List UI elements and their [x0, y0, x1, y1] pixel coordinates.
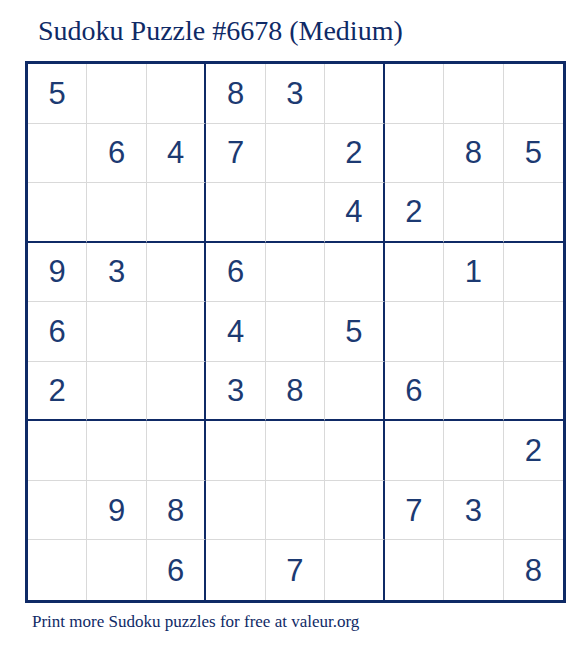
cell-r7c4 — [206, 421, 265, 481]
cell-r9c3: 6 — [147, 540, 206, 600]
cell-r7c7 — [385, 421, 444, 481]
cell-r4c9 — [504, 243, 563, 303]
cell-r4c6 — [325, 243, 384, 303]
cell-r4c8: 1 — [444, 243, 503, 303]
cell-r9c6 — [325, 540, 384, 600]
cell-r6c4: 3 — [206, 362, 265, 422]
cell-r7c8 — [444, 421, 503, 481]
page-title: Sudoku Puzzle #6678 (Medium) — [38, 15, 403, 47]
cell-r3c9 — [504, 183, 563, 243]
cell-r5c5 — [266, 302, 325, 362]
cell-r7c1 — [28, 421, 87, 481]
cell-r9c1 — [28, 540, 87, 600]
cell-r3c6: 4 — [325, 183, 384, 243]
cell-r1c1: 5 — [28, 64, 87, 124]
cell-r1c3 — [147, 64, 206, 124]
cell-r6c6 — [325, 362, 384, 422]
cell-r8c9 — [504, 481, 563, 541]
cell-r6c2 — [87, 362, 146, 422]
cell-r9c8 — [444, 540, 503, 600]
cell-r4c2: 3 — [87, 243, 146, 303]
cell-r2c1 — [28, 124, 87, 184]
cell-r8c4 — [206, 481, 265, 541]
cell-r9c7 — [385, 540, 444, 600]
cell-r5c3 — [147, 302, 206, 362]
sudoku-page: Sudoku Puzzle #6678 (Medium) 58364728542… — [0, 0, 574, 651]
cell-r5c9 — [504, 302, 563, 362]
cell-r4c3 — [147, 243, 206, 303]
cell-r7c9: 2 — [504, 421, 563, 481]
cell-r2c5 — [266, 124, 325, 184]
cell-r3c2 — [87, 183, 146, 243]
cell-r9c5: 7 — [266, 540, 325, 600]
cell-r7c6 — [325, 421, 384, 481]
cell-r9c2 — [87, 540, 146, 600]
cell-r7c5 — [266, 421, 325, 481]
cell-r8c2: 9 — [87, 481, 146, 541]
cell-r5c4: 4 — [206, 302, 265, 362]
cell-r3c5 — [266, 183, 325, 243]
cell-r2c9: 5 — [504, 124, 563, 184]
cell-r3c3 — [147, 183, 206, 243]
cell-r6c1: 2 — [28, 362, 87, 422]
cell-r2c8: 8 — [444, 124, 503, 184]
cell-r7c2 — [87, 421, 146, 481]
cell-r5c7 — [385, 302, 444, 362]
cell-r2c6: 2 — [325, 124, 384, 184]
cell-r3c4 — [206, 183, 265, 243]
cell-r2c7 — [385, 124, 444, 184]
cell-r9c4 — [206, 540, 265, 600]
cell-r1c6 — [325, 64, 384, 124]
cell-r4c7 — [385, 243, 444, 303]
cell-r4c5 — [266, 243, 325, 303]
cell-r5c2 — [87, 302, 146, 362]
cell-r6c9 — [504, 362, 563, 422]
cell-r1c9 — [504, 64, 563, 124]
cell-r4c1: 9 — [28, 243, 87, 303]
cell-r3c1 — [28, 183, 87, 243]
cell-r8c5 — [266, 481, 325, 541]
cell-r1c2 — [87, 64, 146, 124]
cell-r3c7: 2 — [385, 183, 444, 243]
cell-r8c8: 3 — [444, 481, 503, 541]
cell-r2c2: 6 — [87, 124, 146, 184]
cell-r6c3 — [147, 362, 206, 422]
cell-r1c7 — [385, 64, 444, 124]
cell-r8c3: 8 — [147, 481, 206, 541]
cell-r8c1 — [28, 481, 87, 541]
cell-r2c3: 4 — [147, 124, 206, 184]
cell-r6c8 — [444, 362, 503, 422]
cell-r7c3 — [147, 421, 206, 481]
cell-r9c9: 8 — [504, 540, 563, 600]
cell-r6c5: 8 — [266, 362, 325, 422]
cell-r1c8 — [444, 64, 503, 124]
cell-r1c4: 8 — [206, 64, 265, 124]
cell-r5c1: 6 — [28, 302, 87, 362]
cell-r2c4: 7 — [206, 124, 265, 184]
cell-r8c6 — [325, 481, 384, 541]
sudoku-board: 583647285429361645238629873678 — [25, 61, 566, 603]
cell-r5c6: 5 — [325, 302, 384, 362]
footer-text: Print more Sudoku puzzles for free at va… — [32, 612, 359, 632]
cell-r1c5: 3 — [266, 64, 325, 124]
cell-r8c7: 7 — [385, 481, 444, 541]
cell-r4c4: 6 — [206, 243, 265, 303]
cell-r6c7: 6 — [385, 362, 444, 422]
cell-r5c8 — [444, 302, 503, 362]
cell-r3c8 — [444, 183, 503, 243]
